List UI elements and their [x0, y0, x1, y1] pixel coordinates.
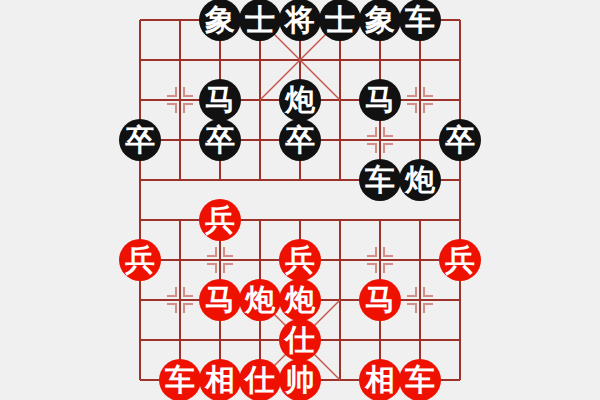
piece-red-soldier[interactable]: 兵	[199, 199, 241, 241]
piece-black-chariot[interactable]: 车	[359, 159, 401, 201]
piece-black-soldier[interactable]: 卒	[279, 119, 321, 161]
star-point-marker	[384, 127, 393, 136]
piece-black-horse[interactable]: 马	[359, 79, 401, 121]
star-point-marker	[384, 247, 393, 256]
star-point-marker	[367, 247, 376, 256]
star-point-marker	[167, 104, 176, 113]
piece-red-soldier[interactable]: 兵	[279, 239, 321, 281]
star-point-marker	[424, 87, 433, 96]
star-point-marker	[384, 264, 393, 273]
piece-red-elephant[interactable]: 相	[199, 359, 241, 400]
piece-red-horse[interactable]: 马	[199, 279, 241, 321]
star-point-marker	[407, 287, 416, 296]
piece-red-soldier[interactable]: 兵	[119, 239, 161, 281]
piece-black-soldier[interactable]: 卒	[199, 119, 241, 161]
piece-red-chariot[interactable]: 车	[159, 359, 201, 400]
piece-red-general[interactable]: 帅	[279, 359, 321, 400]
piece-black-soldier[interactable]: 卒	[119, 119, 161, 161]
star-point-marker	[184, 104, 193, 113]
piece-red-soldier[interactable]: 兵	[439, 239, 481, 281]
star-point-marker	[384, 144, 393, 153]
star-point-marker	[167, 87, 176, 96]
piece-red-advisor[interactable]: 仕	[239, 359, 281, 400]
piece-black-cannon[interactable]: 炮	[279, 79, 321, 121]
star-point-marker	[207, 264, 216, 273]
star-point-marker	[184, 287, 193, 296]
xiangqi-app: 象士将士象车马炮马卒卒卒卒车炮兵兵兵兵马炮炮马仕车相仕帅相车	[0, 0, 600, 400]
piece-black-advisor[interactable]: 士	[319, 0, 361, 41]
piece-black-soldier[interactable]: 卒	[439, 119, 481, 161]
star-point-marker	[167, 304, 176, 313]
star-point-marker	[424, 304, 433, 313]
piece-black-chariot[interactable]: 车	[399, 0, 441, 41]
star-point-marker	[184, 87, 193, 96]
piece-black-general[interactable]: 将	[279, 0, 321, 41]
star-point-marker	[407, 104, 416, 113]
piece-red-cannon[interactable]: 炮	[279, 279, 321, 321]
star-point-marker	[184, 304, 193, 313]
star-point-marker	[407, 87, 416, 96]
star-point-marker	[367, 144, 376, 153]
star-point-marker	[367, 127, 376, 136]
piece-red-cannon[interactable]: 炮	[239, 279, 281, 321]
piece-black-horse[interactable]: 马	[199, 79, 241, 121]
piece-black-advisor[interactable]: 士	[239, 0, 281, 41]
piece-red-elephant[interactable]: 相	[359, 359, 401, 400]
star-point-marker	[367, 264, 376, 273]
star-point-marker	[424, 287, 433, 296]
piece-black-elephant[interactable]: 象	[359, 0, 401, 41]
piece-red-horse[interactable]: 马	[359, 279, 401, 321]
star-point-marker	[167, 287, 176, 296]
piece-red-advisor[interactable]: 仕	[279, 319, 321, 361]
star-point-marker	[424, 104, 433, 113]
star-point-marker	[224, 264, 233, 273]
star-point-marker	[224, 247, 233, 256]
piece-black-elephant[interactable]: 象	[199, 0, 241, 41]
piece-red-chariot[interactable]: 车	[399, 359, 441, 400]
star-point-marker	[207, 247, 216, 256]
piece-black-cannon[interactable]: 炮	[399, 159, 441, 201]
star-point-marker	[407, 304, 416, 313]
